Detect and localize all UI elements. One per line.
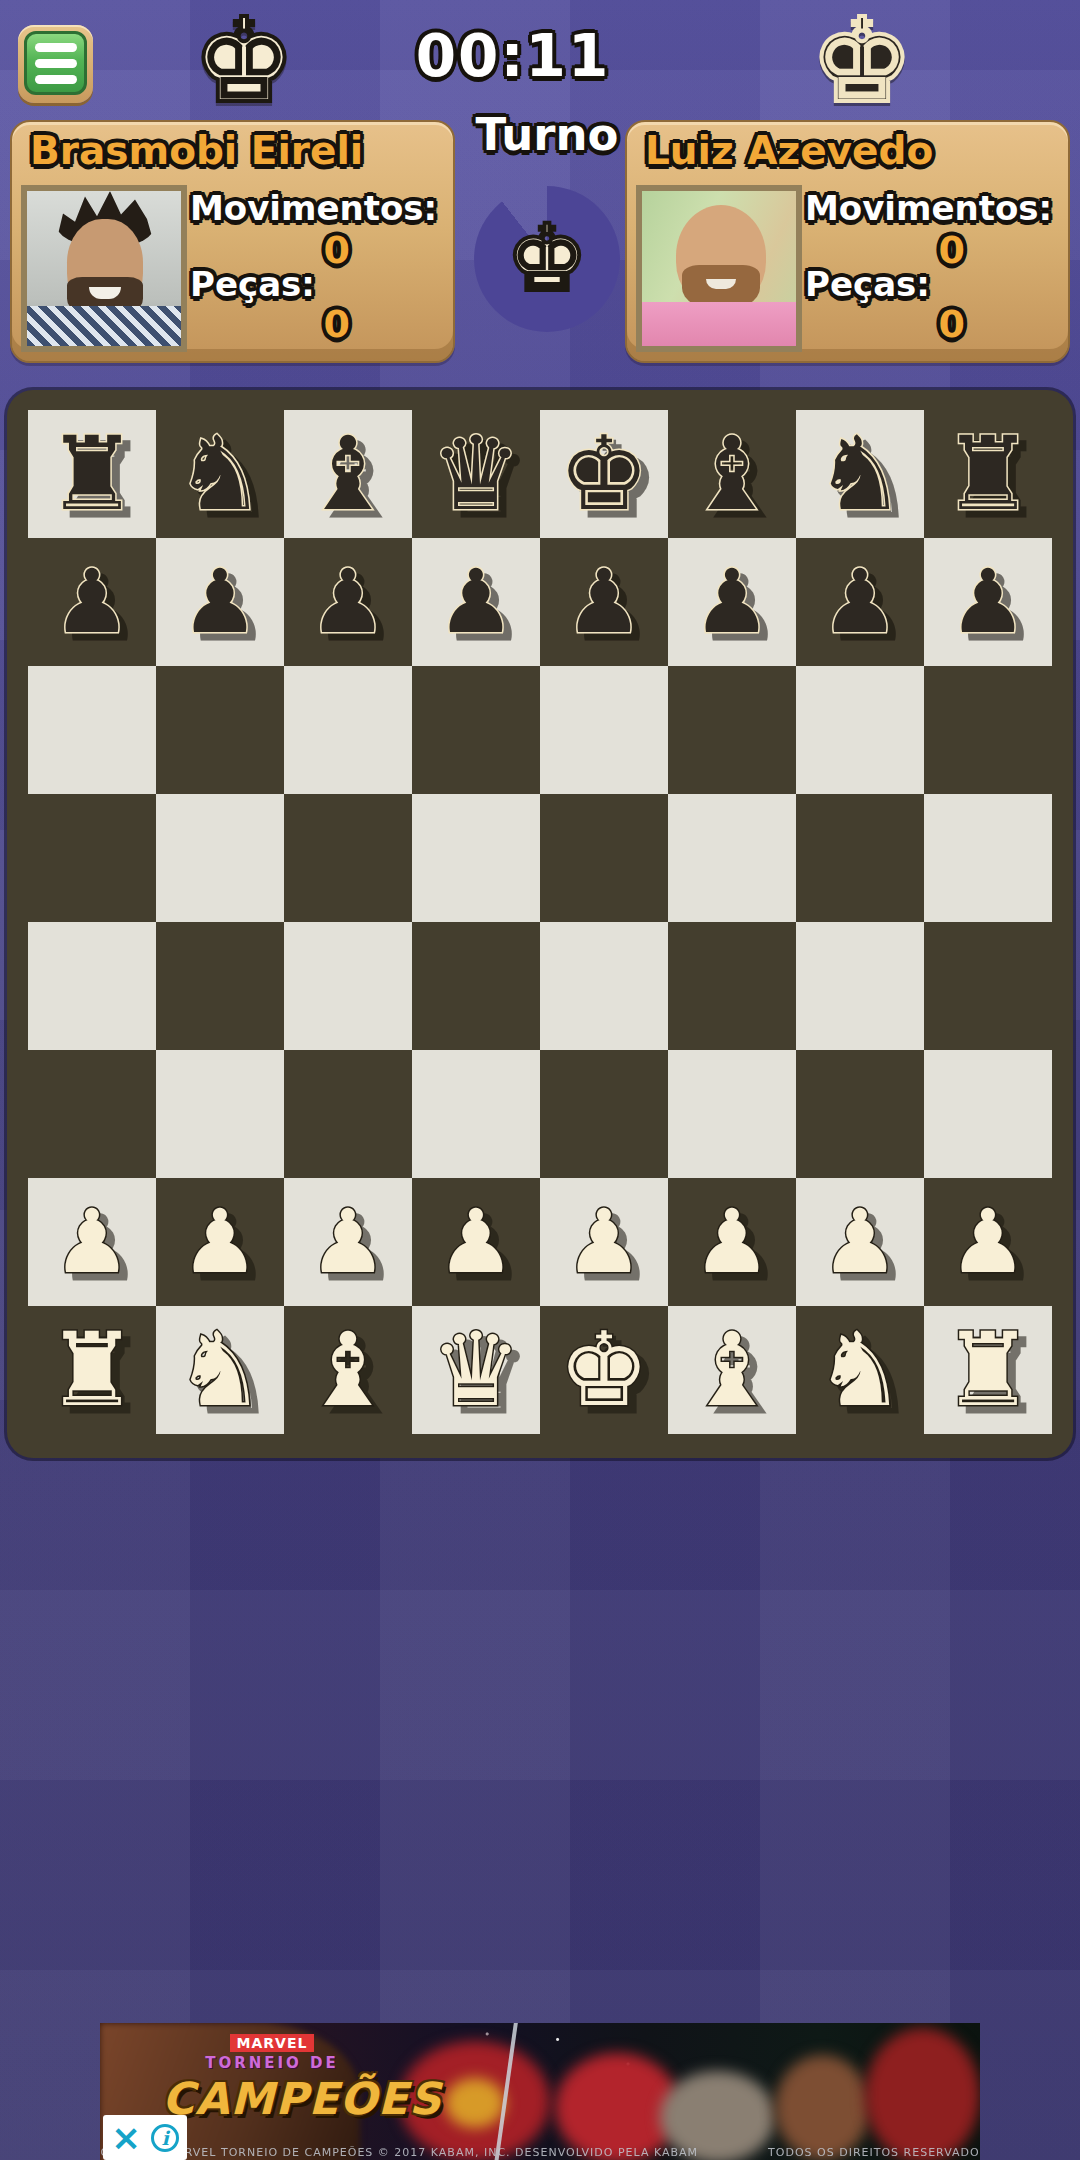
square-f4[interactable] <box>668 922 796 1050</box>
square-d3[interactable] <box>412 1050 540 1178</box>
square-f1[interactable]: ♝ <box>668 1306 796 1434</box>
piece-white-pawn[interactable]: ♟ <box>284 1178 412 1306</box>
piece-white-pawn[interactable]: ♟ <box>156 1178 284 1306</box>
square-e2[interactable]: ♟ <box>540 1178 668 1306</box>
ad-fine-print: SOFTWARE MARVEL TORNEIO DE CAMPEÕES © 20… <box>100 2146 980 2159</box>
square-c5[interactable] <box>284 794 412 922</box>
square-h3[interactable] <box>924 1050 1052 1178</box>
ad-banner[interactable]: MARVEL TORNEIO DE CAMPEÕES SOFTWARE MARV… <box>100 2023 980 2160</box>
piece-white-rook[interactable]: ♜ <box>28 1306 156 1434</box>
square-e3[interactable] <box>540 1050 668 1178</box>
square-f3[interactable] <box>668 1050 796 1178</box>
ad-copyright: SOFTWARE MARVEL TORNEIO DE CAMPEÕES © 20… <box>100 2146 698 2159</box>
square-c7[interactable]: ♟ <box>284 538 412 666</box>
turn-side-king-icon: ♚ <box>506 213 588 305</box>
square-d2[interactable]: ♟ <box>412 1178 540 1306</box>
square-b3[interactable] <box>156 1050 284 1178</box>
ad-info-icon[interactable]: i <box>151 2124 179 2152</box>
game-screen: ♚ 00:11 ♚ Turno ♚ Brasmobi Eireli Movime… <box>0 0 1080 2160</box>
square-a3[interactable] <box>28 1050 156 1178</box>
turn-indicator: ♚ <box>474 186 620 332</box>
turn-label: Turno <box>476 108 619 161</box>
square-b6[interactable] <box>156 666 284 794</box>
black-king-icon: ♚ <box>782 0 942 122</box>
square-d6[interactable] <box>412 666 540 794</box>
square-g4[interactable] <box>796 922 924 1050</box>
player-panel-black: Luiz Azevedo Movimentos: 0 Peças: 0 <box>625 120 1070 363</box>
square-d8[interactable]: ♛ <box>412 410 540 538</box>
square-f8[interactable]: ♝ <box>668 410 796 538</box>
piece-black-bishop[interactable]: ♝ <box>668 410 796 538</box>
piece-white-pawn[interactable]: ♟ <box>412 1178 540 1306</box>
square-f2[interactable]: ♟ <box>668 1178 796 1306</box>
square-g8[interactable]: ♞ <box>796 410 924 538</box>
square-a2[interactable]: ♟ <box>28 1178 156 1306</box>
square-e4[interactable] <box>540 922 668 1050</box>
pieces-label: Peças: <box>805 264 930 304</box>
piece-black-pawn[interactable]: ♟ <box>156 538 284 666</box>
square-b8[interactable]: ♞ <box>156 410 284 538</box>
avatar <box>21 185 187 352</box>
square-g5[interactable] <box>796 794 924 922</box>
square-c4[interactable] <box>284 922 412 1050</box>
avatar <box>636 185 802 352</box>
piece-white-pawn[interactable]: ♟ <box>28 1178 156 1306</box>
square-a8[interactable]: ♜ <box>28 410 156 538</box>
piece-white-queen[interactable]: ♛ <box>412 1306 540 1434</box>
piece-white-bishop[interactable]: ♝ <box>668 1306 796 1434</box>
piece-black-pawn[interactable]: ♟ <box>796 538 924 666</box>
piece-white-pawn[interactable]: ♟ <box>796 1178 924 1306</box>
square-e7[interactable]: ♟ <box>540 538 668 666</box>
square-d7[interactable]: ♟ <box>412 538 540 666</box>
ad-ironman-chest-art <box>445 2078 505 2128</box>
moves-label: Movimentos: <box>805 188 1052 228</box>
piece-white-rook[interactable]: ♜ <box>924 1306 1052 1434</box>
ad-rights: TODOS OS DIREITOS RESERVADOS <box>768 2146 980 2159</box>
square-h7[interactable]: ♟ <box>924 538 1052 666</box>
marvel-logo: MARVEL <box>230 2034 315 2052</box>
square-h2[interactable]: ♟ <box>924 1178 1052 1306</box>
hamburger-icon <box>24 31 87 95</box>
pieces-value: 0 <box>805 302 965 346</box>
piece-white-bishop[interactable]: ♝ <box>284 1306 412 1434</box>
square-a7[interactable]: ♟ <box>28 538 156 666</box>
player-name: Luiz Azevedo <box>645 128 933 173</box>
piece-white-pawn[interactable]: ♟ <box>924 1178 1052 1306</box>
square-h5[interactable] <box>924 794 1052 922</box>
player-name: Brasmobi Eireli <box>30 128 363 173</box>
avatar-shirt <box>27 306 181 346</box>
ad-title-top: TORNEIO DE <box>162 2054 382 2072</box>
piece-black-pawn[interactable]: ♟ <box>540 538 668 666</box>
piece-black-pawn[interactable]: ♟ <box>924 538 1052 666</box>
player-panel-white: Brasmobi Eireli Movimentos: 0 Peças: 0 <box>10 120 455 363</box>
square-b4[interactable] <box>156 922 284 1050</box>
square-b5[interactable] <box>156 794 284 922</box>
avatar-shirt <box>642 302 796 346</box>
square-c2[interactable]: ♟ <box>284 1178 412 1306</box>
ad-close-icon[interactable]: × <box>111 2120 141 2156</box>
piece-black-knight[interactable]: ♞ <box>156 410 284 538</box>
piece-black-pawn[interactable]: ♟ <box>412 538 540 666</box>
ad-title-main: CAMPEÕES <box>162 2073 382 2124</box>
square-e8[interactable]: ♚ <box>540 410 668 538</box>
square-h4[interactable] <box>924 922 1052 1050</box>
ad-logo: MARVEL TORNEIO DE CAMPEÕES <box>162 2033 382 2124</box>
square-c8[interactable]: ♝ <box>284 410 412 538</box>
square-g3[interactable] <box>796 1050 924 1178</box>
square-a1[interactable]: ♜ <box>28 1306 156 1434</box>
square-f6[interactable] <box>668 666 796 794</box>
white-king-icon: ♚ <box>164 0 324 122</box>
square-c3[interactable] <box>284 1050 412 1178</box>
square-e5[interactable] <box>540 794 668 922</box>
game-timer: 00:11 <box>416 22 611 90</box>
piece-white-knight[interactable]: ♞ <box>796 1306 924 1434</box>
piece-black-rook[interactable]: ♜ <box>924 410 1052 538</box>
square-e1[interactable]: ♚ <box>540 1306 668 1434</box>
piece-black-king[interactable]: ♚ <box>540 410 668 538</box>
piece-black-pawn[interactable]: ♟ <box>28 538 156 666</box>
square-b2[interactable]: ♟ <box>156 1178 284 1306</box>
square-f5[interactable] <box>668 794 796 922</box>
menu-button[interactable] <box>18 25 93 103</box>
piece-black-pawn[interactable]: ♟ <box>284 538 412 666</box>
piece-black-pawn[interactable]: ♟ <box>668 538 796 666</box>
pieces-value: 0 <box>190 302 350 346</box>
square-b1[interactable]: ♞ <box>156 1306 284 1434</box>
square-c1[interactable]: ♝ <box>284 1306 412 1434</box>
square-g6[interactable] <box>796 666 924 794</box>
moves-label: Movimentos: <box>190 188 437 228</box>
ad-carnage-art <box>865 2028 980 2160</box>
square-b7[interactable]: ♟ <box>156 538 284 666</box>
square-g2[interactable]: ♟ <box>796 1178 924 1306</box>
square-a4[interactable] <box>28 922 156 1050</box>
chess-board: ♜♞♝♛♚♝♞♜♟♟♟♟♟♟♟♟♟♟♟♟♟♟♟♟♜♞♝♛♚♝♞♜ <box>7 390 1073 1458</box>
square-d4[interactable] <box>412 922 540 1050</box>
piece-black-bishop[interactable]: ♝ <box>284 410 412 538</box>
square-f7[interactable]: ♟ <box>668 538 796 666</box>
square-h6[interactable] <box>924 666 1052 794</box>
square-g1[interactable]: ♞ <box>796 1306 924 1434</box>
square-d5[interactable] <box>412 794 540 922</box>
piece-white-knight[interactable]: ♞ <box>156 1306 284 1434</box>
piece-white-pawn[interactable]: ♟ <box>668 1178 796 1306</box>
square-g7[interactable]: ♟ <box>796 538 924 666</box>
ad-starlord-art <box>775 2055 870 2160</box>
piece-white-king[interactable]: ♚ <box>540 1306 668 1434</box>
square-a5[interactable] <box>28 794 156 922</box>
square-c6[interactable] <box>284 666 412 794</box>
square-d1[interactable]: ♛ <box>412 1306 540 1434</box>
piece-black-rook[interactable]: ♜ <box>28 410 156 538</box>
square-h8[interactable]: ♜ <box>924 410 1052 538</box>
pieces-label: Peças: <box>190 264 315 304</box>
square-e6[interactable] <box>540 666 668 794</box>
square-a6[interactable] <box>28 666 156 794</box>
piece-black-queen[interactable]: ♛ <box>412 410 540 538</box>
square-h1[interactable]: ♜ <box>924 1306 1052 1434</box>
board-squares: ♜♞♝♛♚♝♞♜♟♟♟♟♟♟♟♟♟♟♟♟♟♟♟♟♜♞♝♛♚♝♞♜ <box>28 410 1052 1434</box>
adchoices-box: × i <box>103 2115 187 2160</box>
piece-black-knight[interactable]: ♞ <box>796 410 924 538</box>
piece-white-pawn[interactable]: ♟ <box>540 1178 668 1306</box>
